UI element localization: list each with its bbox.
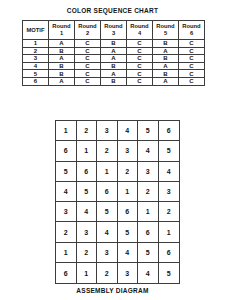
- motif-header: MOTIF: [23, 21, 49, 40]
- color-cell: B: [101, 77, 127, 85]
- color-cell: C: [127, 40, 153, 48]
- round-header-number: 2: [75, 30, 100, 37]
- assembly-grid: 1234566123455612344561233456122345611234…: [55, 120, 180, 284]
- grid-cell: 3: [97, 121, 118, 141]
- color-cell: A: [153, 77, 179, 85]
- color-cell: A: [101, 70, 127, 78]
- color-cell: B: [153, 40, 179, 48]
- grid-cell: 1: [56, 243, 77, 263]
- round-header-2: Round2: [75, 21, 101, 40]
- color-cell: A: [49, 77, 75, 85]
- grid-cell: 2: [97, 141, 118, 161]
- round-header-label: Round: [101, 23, 126, 30]
- color-cell: C: [75, 55, 101, 63]
- grid-cell: 6: [159, 121, 180, 141]
- grid-cell: 5: [138, 243, 159, 263]
- color-sequence-table: MOTIFRound1Round2Round3Round4Round5Round…: [22, 20, 205, 86]
- color-cell: C: [75, 47, 101, 55]
- color-cell: B: [49, 47, 75, 55]
- round-header-3: Round3: [101, 21, 127, 40]
- round-header-label: Round: [153, 23, 178, 30]
- grid-cell: 5: [138, 121, 159, 141]
- motif-cell: 4: [23, 62, 49, 70]
- color-cell: C: [179, 47, 205, 55]
- motif-cell: 2: [23, 47, 49, 55]
- grid-cell: 2: [56, 222, 77, 242]
- color-cell: A: [153, 47, 179, 55]
- round-header-5: Round5: [153, 21, 179, 40]
- grid-cell: 3: [118, 263, 139, 283]
- round-header-number: 5: [153, 30, 178, 37]
- grid-cell: 6: [159, 243, 180, 263]
- motif-cell: 3: [23, 55, 49, 63]
- color-cell: C: [127, 77, 153, 85]
- color-cell: C: [127, 70, 153, 78]
- grid-cell: 4: [138, 141, 159, 161]
- round-header-number: 3: [101, 30, 126, 37]
- color-cell: C: [179, 55, 205, 63]
- color-cell: C: [127, 55, 153, 63]
- round-header-label: Round: [127, 23, 152, 30]
- color-cell: B: [101, 62, 127, 70]
- grid-cell: 3: [56, 202, 77, 222]
- grid-cell: 4: [159, 162, 180, 182]
- grid-cell: 2: [97, 263, 118, 283]
- color-cell: C: [75, 70, 101, 78]
- grid-cell: 2: [118, 162, 139, 182]
- grid-cell: 4: [118, 243, 139, 263]
- grid-cell: 4: [97, 222, 118, 242]
- color-sequence-chart-title: COLOR SEQUENCE CHART: [0, 7, 225, 14]
- grid-cell: 2: [77, 121, 98, 141]
- grid-cell: 4: [118, 121, 139, 141]
- color-sequence-table-body: 1ACBCBC2BCACAC3ACACBC4BCBCAC5BCACBC6ACBC…: [23, 40, 205, 86]
- color-cell: C: [179, 40, 205, 48]
- grid-cell: 6: [56, 141, 77, 161]
- grid-cell: 1: [138, 202, 159, 222]
- round-header-label: Round: [179, 23, 204, 30]
- grid-cell: 1: [97, 162, 118, 182]
- table-row: 6ACBCAC: [23, 77, 205, 85]
- grid-cell: 3: [159, 182, 180, 202]
- color-cell: A: [49, 55, 75, 63]
- table-row: 5BCACBC: [23, 70, 205, 78]
- color-cell: B: [153, 70, 179, 78]
- grid-cell: 4: [56, 182, 77, 202]
- round-header-4: Round4: [127, 21, 153, 40]
- grid-cell: 6: [97, 182, 118, 202]
- assembly-diagram-title: ASSEMBLY DIAGRAM: [0, 287, 225, 294]
- grid-cell: 2: [159, 202, 180, 222]
- color-cell: B: [49, 70, 75, 78]
- grid-cell: 5: [159, 141, 180, 161]
- color-cell: C: [179, 62, 205, 70]
- color-cell: A: [101, 55, 127, 63]
- grid-cell: 3: [77, 222, 98, 242]
- grid-cell: 6: [56, 263, 77, 283]
- grid-cell: 3: [118, 141, 139, 161]
- round-header-number: 1: [49, 30, 74, 37]
- color-cell: C: [75, 62, 101, 70]
- round-header-6: Round6: [179, 21, 205, 40]
- grid-cell: 1: [77, 263, 98, 283]
- color-cell: C: [127, 62, 153, 70]
- round-header-number: 6: [179, 30, 204, 37]
- color-cell: C: [127, 47, 153, 55]
- grid-cell: 1: [118, 182, 139, 202]
- grid-cell: 1: [56, 121, 77, 141]
- color-cell: B: [49, 62, 75, 70]
- round-header-label: Round: [49, 23, 74, 30]
- grid-cell: 2: [77, 243, 98, 263]
- grid-cell: 5: [77, 182, 98, 202]
- table-row: 4BCBCAC: [23, 62, 205, 70]
- grid-cell: 5: [56, 162, 77, 182]
- color-cell: A: [49, 40, 75, 48]
- color-cell: C: [179, 70, 205, 78]
- grid-cell: 1: [159, 222, 180, 242]
- color-cell: A: [153, 62, 179, 70]
- motif-cell: 1: [23, 40, 49, 48]
- table-row: 3ACACBC: [23, 55, 205, 63]
- grid-cell: 4: [138, 263, 159, 283]
- motif-cell: 5: [23, 70, 49, 78]
- table-row: 1ACBCBC: [23, 40, 205, 48]
- grid-cell: 6: [138, 222, 159, 242]
- round-header-number: 4: [127, 30, 152, 37]
- round-header-1: Round1: [49, 21, 75, 40]
- color-cell: B: [153, 55, 179, 63]
- color-sequence-table-header: MOTIFRound1Round2Round3Round4Round5Round…: [23, 21, 205, 40]
- grid-cell: 3: [97, 243, 118, 263]
- grid-cell: 4: [77, 202, 98, 222]
- table-row: 2BCACAC: [23, 47, 205, 55]
- grid-cell: 5: [97, 202, 118, 222]
- color-cell: A: [101, 47, 127, 55]
- grid-cell: 2: [138, 182, 159, 202]
- grid-cell: 6: [118, 202, 139, 222]
- color-cell: C: [75, 77, 101, 85]
- round-header-label: Round: [75, 23, 100, 30]
- grid-cell: 3: [138, 162, 159, 182]
- motif-cell: 6: [23, 77, 49, 85]
- color-cell: C: [179, 77, 205, 85]
- color-cell: C: [75, 40, 101, 48]
- color-cell: B: [101, 40, 127, 48]
- grid-cell: 1: [77, 141, 98, 161]
- header-row: MOTIFRound1Round2Round3Round4Round5Round…: [23, 21, 205, 40]
- grid-cell: 5: [159, 263, 180, 283]
- grid-cell: 5: [118, 222, 139, 242]
- grid-cell: 6: [77, 162, 98, 182]
